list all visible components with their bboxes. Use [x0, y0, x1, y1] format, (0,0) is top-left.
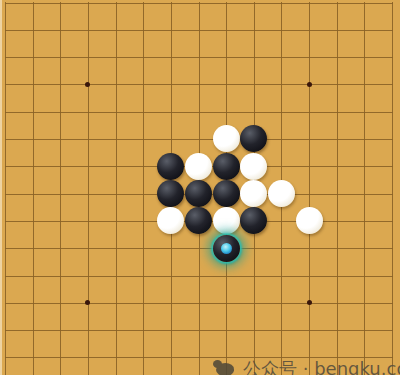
black-stone[interactable]	[185, 207, 212, 234]
white-stone[interactable]	[157, 207, 184, 234]
black-stone[interactable]	[213, 153, 240, 180]
gomoku-board[interactable]	[0, 0, 400, 375]
gomoku-app-screen: 公众号 · bengku.com	[0, 0, 400, 375]
black-stone[interactable]	[213, 180, 240, 207]
white-stone[interactable]	[296, 207, 323, 234]
white-stone[interactable]	[213, 125, 240, 152]
white-stone[interactable]	[185, 153, 212, 180]
star-point	[307, 82, 312, 87]
watermark: 公众号 · bengku.com	[216, 359, 400, 375]
black-stone[interactable]	[185, 180, 212, 207]
black-stone[interactable]	[240, 125, 267, 152]
board-left-edge-highlight	[0, 0, 2, 375]
watermark-text: 公众号 · bengku.com	[243, 359, 400, 375]
black-stone[interactable]	[240, 207, 267, 234]
white-stone[interactable]	[213, 207, 240, 234]
white-stone[interactable]	[268, 180, 295, 207]
star-point	[85, 82, 90, 87]
black-stone[interactable]	[157, 180, 184, 207]
star-point	[307, 300, 312, 305]
white-stone[interactable]	[240, 180, 267, 207]
white-stone[interactable]	[240, 153, 267, 180]
black-stone-last-move[interactable]	[213, 235, 240, 262]
watermark-logo-icon	[216, 363, 234, 375]
star-point	[85, 300, 90, 305]
black-stone[interactable]	[157, 153, 184, 180]
